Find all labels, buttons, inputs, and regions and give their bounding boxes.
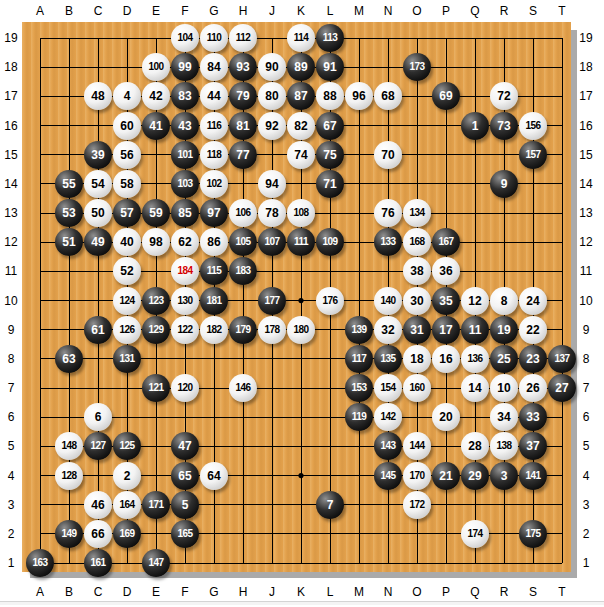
stone-H19: 112: [229, 24, 257, 52]
stone-L12: 109: [316, 228, 344, 256]
stone-D4: 2: [113, 462, 141, 490]
star-point: [298, 473, 303, 478]
move-number: 104: [177, 33, 192, 43]
move-number: 92: [265, 120, 278, 132]
stone-D10: 124: [113, 287, 141, 315]
move-number: 85: [178, 207, 191, 219]
move-number: 62: [178, 236, 191, 248]
row-label-right: 14: [579, 178, 592, 190]
stone-J10: 177: [258, 287, 286, 315]
column-label-bottom: T: [558, 586, 565, 598]
stone-K13: 108: [287, 199, 315, 227]
stone-G14: 102: [200, 170, 228, 198]
row-label-right: 18: [579, 61, 592, 73]
stone-L3: 7: [316, 491, 344, 519]
move-number: 49: [91, 236, 104, 248]
window-bottom-edge: [0, 601, 604, 605]
row-label-left: 7: [8, 382, 15, 394]
move-number: 36: [439, 265, 452, 277]
move-number: 29: [468, 470, 481, 482]
stone-E3: 171: [142, 491, 170, 519]
move-number: 153: [351, 383, 366, 393]
stone-L10: 176: [316, 287, 344, 315]
stone-H9: 179: [229, 316, 257, 344]
move-number: 58: [120, 178, 133, 190]
move-number: 154: [380, 383, 395, 393]
stone-C14: 54: [84, 170, 112, 198]
column-label-bottom: F: [181, 586, 188, 598]
move-number: 69: [439, 90, 452, 102]
row-label-left: 18: [4, 61, 17, 73]
move-number: 35: [439, 295, 452, 307]
goban[interactable]: 1041101121141131009984939089911734844283…: [22, 22, 571, 572]
move-number: 96: [352, 90, 365, 102]
column-label-bottom: K: [297, 586, 305, 598]
move-number: 109: [322, 237, 337, 247]
stone-S2: 175: [519, 520, 547, 548]
move-number: 91: [323, 61, 336, 73]
move-number: 17: [439, 324, 452, 336]
column-label-top: B: [65, 5, 73, 17]
stone-O3: 172: [403, 491, 431, 519]
move-number: 149: [61, 529, 76, 539]
move-number: 141: [525, 471, 540, 481]
row-label-right: 15: [579, 149, 592, 161]
move-number: 42: [149, 90, 162, 102]
stone-O9: 31: [403, 316, 431, 344]
stone-S7: 26: [519, 374, 547, 402]
move-number: 4: [124, 90, 131, 102]
stone-N12: 133: [374, 228, 402, 256]
move-number: 100: [148, 62, 163, 72]
row-label-right: 16: [579, 120, 592, 132]
stone-D8: 131: [113, 345, 141, 373]
move-number: 137: [554, 354, 569, 364]
stone-R10: 8: [490, 287, 518, 315]
stone-M6: 119: [345, 403, 373, 431]
stone-Q2: 174: [461, 520, 489, 548]
move-number: 157: [525, 150, 540, 160]
move-number: 140: [380, 296, 395, 306]
move-number: 53: [62, 207, 75, 219]
move-number: 118: [207, 150, 222, 160]
stone-F19: 104: [171, 24, 199, 52]
row-label-right: 5: [583, 440, 590, 452]
column-label-bottom: B: [65, 586, 73, 598]
column-label-bottom: C: [94, 586, 103, 598]
move-number: 169: [119, 529, 134, 539]
move-number: 165: [177, 529, 192, 539]
stone-F16: 43: [171, 112, 199, 140]
row-label-right: 17: [579, 90, 592, 102]
move-number: 75: [323, 149, 336, 161]
stone-H18: 93: [229, 53, 257, 81]
row-label-right: 2: [583, 528, 590, 540]
column-label-bottom: N: [384, 586, 393, 598]
stone-K9: 180: [287, 316, 315, 344]
stone-G18: 84: [200, 53, 228, 81]
column-label-top: N: [384, 5, 393, 17]
stone-N8: 135: [374, 345, 402, 373]
stone-B12: 51: [55, 228, 83, 256]
move-number: 67: [323, 120, 336, 132]
stone-S9: 22: [519, 316, 547, 344]
stone-G9: 182: [200, 316, 228, 344]
column-label-top: J: [269, 5, 275, 17]
move-number: 177: [264, 296, 279, 306]
row-label-right: 7: [583, 382, 590, 394]
move-number: 136: [467, 354, 482, 364]
stone-L16: 67: [316, 112, 344, 140]
move-number: 115: [207, 266, 222, 276]
move-number: 8: [501, 295, 508, 307]
move-number: 108: [293, 208, 308, 218]
move-number: 123: [148, 296, 163, 306]
stone-P8: 16: [432, 345, 460, 373]
move-number: 77: [236, 149, 249, 161]
move-number: 26: [526, 382, 539, 394]
move-number: 175: [525, 529, 540, 539]
stone-F9: 122: [171, 316, 199, 344]
move-number: 129: [148, 325, 163, 335]
move-number: 145: [380, 471, 395, 481]
move-number: 125: [119, 441, 134, 451]
stone-D12: 40: [113, 228, 141, 256]
move-number: 56: [120, 149, 133, 161]
move-number: 3: [501, 470, 508, 482]
move-number: 21: [439, 470, 452, 482]
row-label-left: 15: [4, 149, 17, 161]
move-number: 40: [120, 236, 133, 248]
move-number: 114: [294, 33, 309, 43]
move-number: 38: [410, 265, 423, 277]
move-number: 143: [380, 441, 395, 451]
move-number: 66: [91, 528, 104, 540]
move-number: 160: [409, 383, 424, 393]
stone-P6: 20: [432, 403, 460, 431]
column-label-bottom: E: [152, 586, 160, 598]
move-number: 14: [468, 382, 481, 394]
move-number: 167: [438, 237, 453, 247]
column-label-top: A: [36, 5, 44, 17]
move-number: 84: [207, 61, 220, 73]
stone-D16: 60: [113, 112, 141, 140]
move-number: 133: [380, 237, 395, 247]
stone-R6: 34: [490, 403, 518, 431]
stone-E10: 123: [142, 287, 170, 315]
stone-J14: 94: [258, 170, 286, 198]
move-number: 12: [468, 295, 481, 307]
stone-R4: 3: [490, 462, 518, 490]
stone-Q16: 1: [461, 112, 489, 140]
star-point: [298, 298, 303, 303]
stone-N10: 140: [374, 287, 402, 315]
move-number: 61: [91, 324, 104, 336]
row-label-right: 9: [583, 324, 590, 336]
stone-F18: 99: [171, 53, 199, 81]
move-number: 117: [352, 354, 367, 364]
move-number: 113: [323, 33, 338, 43]
move-number: 144: [409, 441, 424, 451]
stone-D3: 164: [113, 491, 141, 519]
stone-P12: 167: [432, 228, 460, 256]
row-label-left: 16: [4, 120, 17, 132]
move-number: 54: [91, 178, 104, 190]
column-label-top: E: [152, 5, 160, 17]
move-number: 31: [410, 324, 423, 336]
move-number: 97: [207, 207, 220, 219]
move-number: 33: [526, 411, 539, 423]
move-number: 138: [496, 441, 511, 451]
move-number: 105: [235, 237, 250, 247]
row-label-right: 6: [583, 411, 590, 423]
stone-P10: 35: [432, 287, 460, 315]
stone-C15: 39: [84, 141, 112, 169]
move-number: 122: [177, 325, 192, 335]
move-number: 130: [177, 296, 192, 306]
stone-Q4: 29: [461, 462, 489, 490]
move-number: 2: [124, 470, 131, 482]
stone-G13: 97: [200, 199, 228, 227]
move-number: 139: [351, 325, 366, 335]
stone-E9: 129: [142, 316, 170, 344]
move-number: 106: [235, 208, 250, 218]
move-number: 107: [264, 237, 279, 247]
stone-N13: 76: [374, 199, 402, 227]
move-number: 22: [526, 324, 539, 336]
stone-O4: 170: [403, 462, 431, 490]
stone-H15: 77: [229, 141, 257, 169]
stone-E16: 41: [142, 112, 170, 140]
move-number: 59: [149, 207, 162, 219]
stone-L19: 113: [316, 24, 344, 52]
stone-R8: 25: [490, 345, 518, 373]
move-number: 126: [119, 325, 134, 335]
stone-G15: 118: [200, 141, 228, 169]
move-number: 180: [293, 325, 308, 335]
stone-F10: 130: [171, 287, 199, 315]
stone-N7: 154: [374, 374, 402, 402]
row-label-right: 8: [583, 353, 590, 365]
stone-J16: 92: [258, 112, 286, 140]
row-label-right: 19: [579, 32, 592, 44]
column-label-bottom: H: [239, 586, 248, 598]
column-label-top: K: [297, 5, 305, 17]
column-label-bottom: S: [529, 586, 537, 598]
row-label-right: 3: [583, 499, 590, 511]
move-number: 6: [95, 411, 102, 423]
move-number: 70: [381, 149, 394, 161]
move-number: 24: [526, 295, 539, 307]
column-label-bottom: D: [123, 586, 132, 598]
move-number: 76: [381, 207, 394, 219]
move-number: 156: [525, 121, 540, 131]
move-number: 57: [120, 207, 133, 219]
move-number: 173: [409, 62, 424, 72]
stone-J9: 178: [258, 316, 286, 344]
stone-P9: 17: [432, 316, 460, 344]
stone-J13: 78: [258, 199, 286, 227]
stone-S16: 156: [519, 112, 547, 140]
move-number: 119: [352, 412, 367, 422]
stone-G4: 64: [200, 462, 228, 490]
stone-F12: 62: [171, 228, 199, 256]
row-label-right: 11: [580, 265, 592, 277]
move-number: 65: [178, 470, 191, 482]
stone-F15: 101: [171, 141, 199, 169]
column-label-top: H: [239, 5, 248, 17]
column-label-bottom: M: [354, 586, 364, 598]
move-number: 43: [178, 120, 191, 132]
move-number: 1: [472, 120, 479, 132]
move-number: 93: [236, 61, 249, 73]
move-number: 94: [265, 178, 278, 190]
move-number: 89: [294, 61, 307, 73]
stone-E18: 100: [142, 53, 170, 81]
stone-C9: 61: [84, 316, 112, 344]
move-number: 128: [61, 471, 76, 481]
stone-C1: 161: [84, 549, 112, 577]
column-label-top: M: [354, 5, 364, 17]
move-number: 7: [327, 499, 334, 511]
move-number: 147: [148, 558, 163, 568]
column-label-top: Q: [470, 5, 479, 17]
stone-E1: 147: [142, 549, 170, 577]
move-number: 46: [91, 499, 104, 511]
move-number: 172: [409, 500, 424, 510]
move-number: 171: [148, 500, 163, 510]
move-number: 71: [323, 178, 336, 190]
stone-M8: 117: [345, 345, 373, 373]
stone-F4: 65: [171, 462, 199, 490]
column-label-bottom: O: [412, 586, 421, 598]
stone-P4: 21: [432, 462, 460, 490]
column-label-top: S: [529, 5, 537, 17]
move-number: 90: [265, 61, 278, 73]
move-number: 183: [235, 266, 250, 276]
stone-R14: 9: [490, 170, 518, 198]
stone-B8: 63: [55, 345, 83, 373]
stone-C2: 66: [84, 520, 112, 548]
move-number: 110: [207, 33, 222, 43]
move-number: 47: [178, 440, 191, 452]
move-number: 51: [62, 236, 75, 248]
stone-O8: 18: [403, 345, 431, 373]
move-number: 25: [497, 353, 510, 365]
move-number: 127: [90, 441, 105, 451]
row-label-left: 2: [8, 528, 15, 540]
row-label-right: 4: [583, 470, 590, 482]
stone-B4: 128: [55, 462, 83, 490]
move-number: 101: [177, 150, 192, 160]
row-label-left: 6: [8, 411, 15, 423]
stone-G19: 110: [200, 24, 228, 52]
stone-E12: 98: [142, 228, 170, 256]
stone-N4: 145: [374, 462, 402, 490]
move-number: 10: [497, 382, 510, 394]
stone-D2: 169: [113, 520, 141, 548]
stone-S8: 23: [519, 345, 547, 373]
column-label-bottom: A: [36, 586, 44, 598]
move-number: 120: [177, 383, 192, 393]
stone-D9: 126: [113, 316, 141, 344]
column-label-bottom: L: [327, 586, 334, 598]
stone-C12: 49: [84, 228, 112, 256]
column-label-bottom: J: [269, 586, 275, 598]
stone-N6: 142: [374, 403, 402, 431]
row-label-left: 4: [8, 470, 15, 482]
stone-R7: 10: [490, 374, 518, 402]
move-number: 168: [409, 237, 424, 247]
row-label-left: 12: [4, 236, 17, 248]
move-number: 148: [61, 441, 76, 451]
column-label-top: O: [412, 5, 421, 17]
row-label-left: 1: [8, 557, 15, 569]
stone-C6: 6: [84, 403, 112, 431]
move-number: 182: [206, 325, 221, 335]
stone-K12: 111: [287, 228, 315, 256]
stone-F2: 165: [171, 520, 199, 548]
move-number: 37: [526, 440, 539, 452]
row-label-left: 5: [8, 440, 15, 452]
stone-E13: 59: [142, 199, 170, 227]
move-number: 50: [91, 207, 104, 219]
stone-D15: 56: [113, 141, 141, 169]
move-number: 72: [497, 90, 510, 102]
stone-H13: 106: [229, 199, 257, 227]
stone-B2: 149: [55, 520, 83, 548]
move-number: 82: [294, 120, 307, 132]
stone-F7: 120: [171, 374, 199, 402]
move-number: 134: [409, 208, 424, 218]
stone-Q8: 136: [461, 345, 489, 373]
move-number: 9: [501, 178, 508, 190]
move-number: 80: [265, 90, 278, 102]
move-number: 178: [264, 325, 279, 335]
move-number: 27: [555, 382, 568, 394]
stone-T8: 137: [548, 345, 576, 373]
stone-Q7: 14: [461, 374, 489, 402]
move-number: 5: [182, 499, 189, 511]
stone-S6: 33: [519, 403, 547, 431]
move-number: 63: [62, 353, 75, 365]
column-label-top: R: [500, 5, 509, 17]
move-number: 184: [177, 266, 192, 276]
stone-S15: 157: [519, 141, 547, 169]
stone-O10: 30: [403, 287, 431, 315]
move-number: 79: [236, 90, 249, 102]
move-number: 11: [469, 324, 482, 336]
move-number: 34: [497, 411, 510, 423]
stone-Q9: 11: [461, 316, 489, 344]
move-number: 73: [497, 120, 510, 132]
row-label-left: 14: [4, 178, 17, 190]
column-label-bottom: R: [500, 586, 509, 598]
move-number: 86: [207, 236, 220, 248]
move-number: 88: [323, 90, 336, 102]
move-number: 18: [410, 353, 423, 365]
move-number: 19: [497, 324, 510, 336]
move-number: 163: [32, 558, 47, 568]
stone-M9: 139: [345, 316, 373, 344]
move-number: 78: [265, 207, 278, 219]
move-number: 131: [119, 354, 134, 364]
move-number: 32: [381, 324, 394, 336]
column-label-top: F: [181, 5, 188, 17]
move-number: 142: [380, 412, 395, 422]
row-label-right: 1: [583, 557, 590, 569]
stone-H16: 81: [229, 112, 257, 140]
